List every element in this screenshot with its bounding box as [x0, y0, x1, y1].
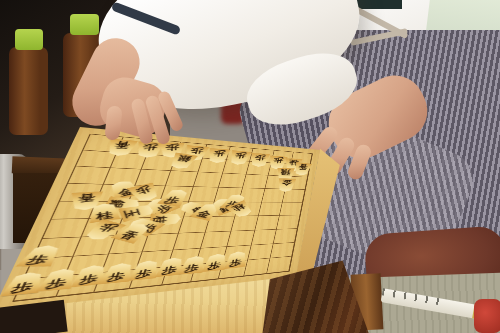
piece-kanji: 飛: [280, 168, 291, 175]
piece-kanji: 歩: [184, 264, 201, 274]
piece-kanji: 歩: [212, 148, 226, 156]
piece-kanji: 歩: [165, 143, 179, 151]
bottle-cap: [70, 14, 99, 35]
piece-kanji: 歩: [254, 153, 266, 161]
piece-kanji: 歩: [273, 156, 284, 164]
board-cell[interactable]: [280, 202, 303, 215]
piece-kanji: 歩: [24, 255, 52, 266]
piece-kanji: 歩: [207, 261, 222, 271]
piece-kanji: 香: [298, 163, 309, 170]
piece-kanji: 歩: [162, 196, 182, 206]
piece-kanji: 歩: [228, 259, 242, 269]
red-cord-item: [474, 299, 500, 333]
shogi-match-photo: 香歩歩歩歩歩歩歩桂香飛銀金香金歩銀桂玉歩歩桂歩香歩角金銀歩桂歩歩歩歩歩歩歩歩歩歩: [0, 0, 500, 333]
piece-kanji: 歩: [134, 269, 153, 281]
piece-kanji: 玉: [120, 208, 141, 219]
board-cell[interactable]: [277, 215, 300, 229]
piece-kanji: 金: [281, 178, 292, 185]
piece-kanji: 歩: [43, 278, 68, 291]
bottle-cap: [15, 29, 43, 50]
board-cell[interactable]: [267, 257, 292, 274]
tea-bottle: [9, 47, 48, 135]
piece-kanji: 香: [78, 191, 97, 202]
piece-kanji: 歩: [234, 151, 247, 159]
piece-kanji: 歩: [190, 146, 205, 155]
piece-kanji: 香: [113, 139, 132, 149]
